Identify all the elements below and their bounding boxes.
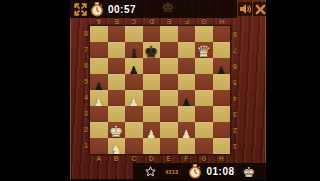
coord-label: 7 <box>232 42 238 58</box>
square-e7[interactable] <box>160 42 178 58</box>
square-h4[interactable] <box>213 90 231 106</box>
square-c8[interactable] <box>125 26 143 42</box>
square-h3[interactable] <box>213 106 231 122</box>
square-d2[interactable]: ♟ <box>143 122 161 138</box>
close-button[interactable] <box>253 2 267 16</box>
coord-label: 2 <box>232 122 238 138</box>
coord-label: 5 <box>232 74 238 90</box>
bottom-timer: 01:08 <box>206 166 234 177</box>
square-h1[interactable] <box>213 138 231 154</box>
square-c5[interactable] <box>125 74 143 90</box>
square-h5[interactable] <box>213 74 231 90</box>
coord-label: 3 <box>83 106 89 122</box>
coord-label: A <box>90 155 108 162</box>
square-b5[interactable] <box>108 74 126 90</box>
bottom-bar: 4313 01:08 ♚ <box>133 163 266 180</box>
square-g5[interactable] <box>195 74 213 90</box>
square-h6[interactable]: ♟ <box>213 58 231 74</box>
square-a8[interactable] <box>90 26 108 42</box>
coord-label: 1 <box>83 138 89 154</box>
coord-label: H <box>213 155 231 162</box>
coord-label: D <box>143 18 161 25</box>
square-e6[interactable] <box>160 58 178 74</box>
coord-label: 4 <box>83 90 89 106</box>
speaker-button[interactable] <box>238 2 252 16</box>
rank-labels-left: 87654321 <box>83 26 89 154</box>
square-e4[interactable] <box>160 90 178 106</box>
square-a2[interactable] <box>90 122 108 138</box>
coord-label: 1 <box>232 138 238 154</box>
coord-label: F <box>178 18 196 25</box>
square-g1[interactable] <box>195 138 213 154</box>
square-b1[interactable]: ♞ <box>108 138 126 154</box>
coord-label: D <box>143 155 161 162</box>
square-e5[interactable] <box>160 74 178 90</box>
square-d7[interactable]: ♚ <box>143 42 161 58</box>
square-d8[interactable] <box>143 26 161 42</box>
stopwatch-icon <box>90 2 104 16</box>
square-a6[interactable] <box>90 58 108 74</box>
square-e3[interactable] <box>160 106 178 122</box>
coord-label: 4 <box>232 90 238 106</box>
square-g4[interactable] <box>195 90 213 106</box>
square-b6[interactable] <box>108 58 126 74</box>
square-b8[interactable] <box>108 26 126 42</box>
coord-label: 7 <box>83 42 89 58</box>
game-window: ABCDEFGH ABCDEFGH 87654321 87654321 ♝♚♛♟… <box>70 0 266 180</box>
square-a1[interactable] <box>90 138 108 154</box>
square-c1[interactable] <box>125 138 143 154</box>
star-icon[interactable] <box>145 163 156 181</box>
square-c7[interactable]: ♝ <box>125 42 143 58</box>
rank-labels-right: 87654321 <box>232 26 238 154</box>
coord-label: G <box>195 155 213 162</box>
square-g2[interactable] <box>195 122 213 138</box>
square-b4[interactable] <box>108 90 126 106</box>
square-d1[interactable] <box>143 138 161 154</box>
coord-label: B <box>108 18 126 25</box>
coord-label: A <box>90 18 108 25</box>
black-king-icon: ♚ <box>162 1 174 15</box>
square-c4[interactable]: ♟ <box>125 90 143 106</box>
file-labels-top: ABCDEFGH <box>90 18 230 25</box>
coord-label: H <box>213 18 231 25</box>
coord-label: E <box>160 155 178 162</box>
fullscreen-icon[interactable] <box>73 2 87 16</box>
square-f4[interactable]: ♟ <box>178 90 196 106</box>
coord-label: 5 <box>83 74 89 90</box>
top-timer: 00:57 <box>108 4 136 15</box>
square-b2[interactable]: ♚ <box>108 122 126 138</box>
square-e1[interactable] <box>160 138 178 154</box>
square-f2[interactable]: ♟ <box>178 122 196 138</box>
square-g7[interactable]: ♛ <box>195 42 213 58</box>
top-bar: 00:57 ♚ <box>70 0 237 18</box>
square-d4[interactable] <box>143 90 161 106</box>
coord-label: 6 <box>83 58 89 74</box>
square-f5[interactable] <box>178 74 196 90</box>
square-c2[interactable] <box>125 122 143 138</box>
square-f3[interactable] <box>178 106 196 122</box>
square-h7[interactable] <box>213 42 231 58</box>
square-g3[interactable] <box>195 106 213 122</box>
coord-label: 8 <box>83 26 89 42</box>
rating-text: 4313 <box>165 169 178 175</box>
square-c3[interactable] <box>125 106 143 122</box>
square-d5[interactable] <box>143 74 161 90</box>
square-f7[interactable] <box>178 42 196 58</box>
square-b7[interactable] <box>108 42 126 58</box>
square-g8[interactable] <box>195 26 213 42</box>
coord-label: G <box>195 18 213 25</box>
square-f6[interactable] <box>178 58 196 74</box>
coord-label: 8 <box>232 26 238 42</box>
square-f8[interactable] <box>178 26 196 42</box>
square-e2[interactable] <box>160 122 178 138</box>
stopwatch-icon <box>188 165 202 179</box>
square-d3[interactable] <box>143 106 161 122</box>
coord-label: C <box>125 18 143 25</box>
square-f1[interactable] <box>178 138 196 154</box>
square-a4[interactable]: ♟ <box>90 90 108 106</box>
coord-label: 6 <box>232 58 238 74</box>
coord-label: 2 <box>83 122 89 138</box>
square-b3[interactable] <box>108 106 126 122</box>
coord-label: F <box>178 155 196 162</box>
chess-board[interactable]: ♝♚♛♟♟♟♟♟♟♚♟♟♞ <box>90 26 230 154</box>
white-king-icon: ♚ <box>243 165 256 179</box>
square-g6[interactable] <box>195 58 213 74</box>
square-a5[interactable]: ♟ <box>90 74 108 90</box>
coord-label: E <box>160 18 178 25</box>
square-d6[interactable] <box>143 58 161 74</box>
square-a7[interactable] <box>90 42 108 58</box>
coord-label: C <box>125 155 143 162</box>
square-h8[interactable] <box>213 26 231 42</box>
square-e8[interactable] <box>160 26 178 42</box>
square-c6[interactable]: ♟ <box>125 58 143 74</box>
square-a3[interactable] <box>90 106 108 122</box>
square-h2[interactable] <box>213 122 231 138</box>
piece-white-knight[interactable]: ♞ <box>108 143 126 156</box>
coord-label: 3 <box>232 106 238 122</box>
